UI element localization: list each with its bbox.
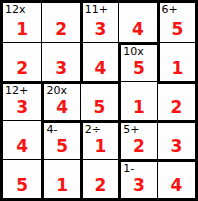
cell-r0c1[interactable]: 2 [41,3,79,42]
cell-r1c4[interactable]: 1 [157,42,195,81]
cell-value: 1 [3,21,41,38]
cell-value: 5 [121,60,156,77]
cell-value: 5 [160,21,195,38]
cage-label: 20x [46,85,67,97]
cell-r2c4[interactable]: 2 [157,81,195,120]
cage-label: 5+ [123,124,139,136]
cell-value: 4 [158,177,195,194]
cell-r3c4[interactable]: 3 [157,120,195,159]
cage-label: 10x [123,46,144,58]
cell-value: 2 [3,60,41,77]
cell-r0c0[interactable]: 12x1 [3,3,41,42]
cell-r0c3[interactable]: 4 [118,3,156,42]
cage-label: 4- [46,124,57,136]
cell-r4c2[interactable]: 2 [80,159,118,198]
cell-r4c1[interactable]: 1 [41,159,79,198]
cell-r2c0[interactable]: 12+3 [3,81,41,120]
cell-r2c1[interactable]: 20x4 [41,81,79,120]
cell-r4c4[interactable]: 4 [157,159,195,198]
cell-r4c3[interactable]: 1-3 [118,159,156,198]
cell-r1c3[interactable]: 10x5 [118,42,156,81]
cell-value: 3 [121,177,156,194]
cell-value: 5 [44,138,79,155]
cell-r1c0[interactable]: 2 [3,42,41,81]
cell-r4c0[interactable]: 5 [3,159,41,198]
cell-value: 4 [3,138,41,155]
cell-r0c2[interactable]: 11+3 [80,3,118,42]
cell-value: 1 [160,60,195,77]
cage-label: 6+ [162,4,178,16]
cage-label: 11+ [85,4,108,16]
cell-r2c2[interactable]: 5 [80,81,118,120]
cell-r3c2[interactable]: 2÷1 [80,120,118,159]
cage-label: 12+ [5,85,28,97]
cell-value: 2 [121,138,156,155]
cell-r3c1[interactable]: 4-5 [41,120,79,159]
cell-value: 2 [42,21,79,38]
cell-r0c4[interactable]: 6+5 [157,3,195,42]
cell-value: 2 [83,177,118,194]
cell-value: 4 [83,60,118,77]
cell-value: 3 [42,60,79,77]
cell-value: 2 [158,99,195,116]
cell-value: 1 [121,99,156,116]
cell-value: 4 [119,21,156,38]
cell-value: 4 [44,99,79,116]
cage-label: 12x [5,4,26,16]
cage-label: 1- [123,163,134,175]
cell-r3c0[interactable]: 4 [3,120,41,159]
cell-r2c3[interactable]: 1 [118,81,156,120]
kenken-board: 12x1211+346+523410x5112+320x451244-52÷15… [0,0,198,201]
cell-r1c2[interactable]: 4 [80,42,118,81]
cage-label: 2÷ [85,124,101,136]
cell-value: 5 [81,99,118,116]
cell-value: 1 [83,138,118,155]
cell-value: 3 [3,99,41,116]
cell-value: 3 [158,138,195,155]
cell-value: 5 [3,177,41,194]
cell-r3c3[interactable]: 5+2 [118,120,156,159]
cell-value: 3 [83,21,118,38]
cell-r1c1[interactable]: 3 [41,42,79,81]
cell-value: 1 [44,177,79,194]
